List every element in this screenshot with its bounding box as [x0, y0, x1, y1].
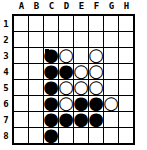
cell-A8[interactable]	[14, 128, 28, 143]
cell-G8[interactable]	[104, 128, 118, 143]
cell-H5[interactable]	[119, 80, 133, 95]
col-label-F: F	[89, 0, 104, 13]
cell-H2[interactable]	[119, 32, 133, 47]
othello-board: ●○○●●○○●○○○●○●●○●●●●●	[12, 14, 135, 145]
black-disc: ●	[58, 110, 74, 128]
row-label-8: 8	[0, 128, 12, 144]
cell-D7[interactable]: ●	[59, 112, 73, 127]
col-label-D: D	[59, 0, 74, 13]
cell-B4[interactable]	[29, 64, 43, 79]
cell-A6[interactable]	[14, 96, 28, 111]
row-labels: 12345678	[0, 16, 12, 144]
col-label-B: B	[29, 0, 44, 13]
cell-G3[interactable]	[104, 48, 118, 63]
cell-C1[interactable]	[44, 16, 58, 31]
cell-A1[interactable]	[14, 16, 28, 31]
cell-A4[interactable]	[14, 64, 28, 79]
cell-H4[interactable]	[119, 64, 133, 79]
black-disc: ●	[88, 110, 104, 128]
cell-E2[interactable]	[74, 32, 88, 47]
row-label-7: 7	[0, 112, 12, 128]
col-label-G: G	[104, 0, 119, 13]
cell-B7[interactable]	[29, 112, 43, 127]
cell-B8[interactable]	[29, 128, 43, 143]
cell-H7[interactable]	[119, 112, 133, 127]
cell-E7[interactable]: ●	[74, 112, 88, 127]
col-label-E: E	[74, 0, 89, 13]
cell-G7[interactable]	[104, 112, 118, 127]
row-label-4: 4	[0, 64, 12, 80]
row-label-6: 6	[0, 96, 12, 112]
cell-F1[interactable]	[89, 16, 103, 31]
black-disc: ●	[43, 126, 59, 144]
row-label-2: 2	[0, 32, 12, 48]
row-label-3: 3	[0, 48, 12, 64]
cell-H8[interactable]	[119, 128, 133, 143]
othello-board-screenshot: ABCDEFGH 12345678 ●○○●●○○●○○○●○●●○●●●●●	[0, 0, 147, 150]
cell-G1[interactable]	[104, 16, 118, 31]
cell-H1[interactable]	[119, 16, 133, 31]
cell-B6[interactable]	[29, 96, 43, 111]
col-label-C: C	[44, 0, 59, 13]
cell-D8[interactable]	[59, 128, 73, 143]
column-labels: ABCDEFGH	[14, 0, 134, 13]
cell-B3[interactable]	[29, 48, 43, 63]
cell-F7[interactable]: ●	[89, 112, 103, 127]
row-label-1: 1	[0, 16, 12, 32]
cell-E1[interactable]	[74, 16, 88, 31]
cell-B1[interactable]	[29, 16, 43, 31]
col-label-A: A	[14, 0, 29, 13]
black-disc: ●	[73, 110, 89, 128]
cell-A5[interactable]	[14, 80, 28, 95]
cell-B2[interactable]	[29, 32, 43, 47]
row-label-5: 5	[0, 80, 12, 96]
white-disc: ○	[103, 94, 119, 112]
cell-A2[interactable]	[14, 32, 28, 47]
cell-B5[interactable]	[29, 80, 43, 95]
cell-H6[interactable]	[119, 96, 133, 111]
cell-G4[interactable]	[104, 64, 118, 79]
cell-E8[interactable]	[74, 128, 88, 143]
cell-H3[interactable]	[119, 48, 133, 63]
cell-A3[interactable]	[14, 48, 28, 63]
col-label-H: H	[119, 0, 134, 13]
cell-A7[interactable]	[14, 112, 28, 127]
cell-C8[interactable]: ●	[44, 128, 58, 143]
cell-G6[interactable]: ○	[104, 96, 118, 111]
cell-G2[interactable]	[104, 32, 118, 47]
cell-D1[interactable]	[59, 16, 73, 31]
cell-F8[interactable]	[89, 128, 103, 143]
